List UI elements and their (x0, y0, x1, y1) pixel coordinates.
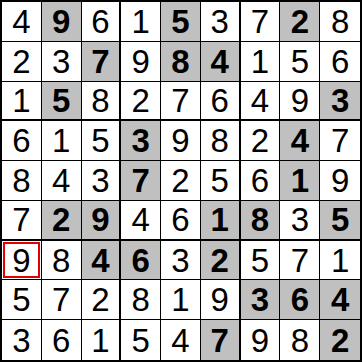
cell-r3c6[interactable]: 6 (201, 82, 241, 122)
cell-r3c3[interactable]: 8 (82, 82, 122, 122)
cell-r1c9[interactable]: 8 (320, 2, 360, 42)
cell-r2c5[interactable]: 8 (161, 42, 201, 82)
cell-r1c2[interactable]: 9 (42, 2, 82, 42)
cell-r5c5[interactable]: 2 (161, 161, 201, 201)
cell-r9c3[interactable]: 1 (82, 320, 122, 360)
cell-r3c7[interactable]: 4 (241, 82, 281, 122)
cell-r8c7[interactable]: 3 (241, 280, 281, 320)
cell-r4c3[interactable]: 5 (82, 121, 122, 161)
cell-r7c7[interactable]: 5 (241, 241, 281, 281)
cell-r5c8[interactable]: 1 (280, 161, 320, 201)
cell-r2c2[interactable]: 3 (42, 42, 82, 82)
cell-r2c9[interactable]: 6 (320, 42, 360, 82)
cell-r4c8[interactable]: 4 (280, 121, 320, 161)
cell-r9c9[interactable]: 2 (320, 320, 360, 360)
cell-r7c1[interactable]: 9 (2, 241, 42, 281)
cell-r4c2[interactable]: 1 (42, 121, 82, 161)
cell-r9c2[interactable]: 6 (42, 320, 82, 360)
cell-r1c1[interactable]: 4 (2, 2, 42, 42)
cell-r4c9[interactable]: 7 (320, 121, 360, 161)
cell-r5c1[interactable]: 8 (2, 161, 42, 201)
cell-r6c6[interactable]: 1 (201, 201, 241, 241)
cell-r4c1[interactable]: 6 (2, 121, 42, 161)
cell-r7c8[interactable]: 7 (280, 241, 320, 281)
cell-r7c3[interactable]: 4 (82, 241, 122, 281)
cell-r8c6[interactable]: 9 (201, 280, 241, 320)
cell-r6c1[interactable]: 7 (2, 201, 42, 241)
cell-r6c9[interactable]: 5 (320, 201, 360, 241)
cell-r2c1[interactable]: 2 (2, 42, 42, 82)
cell-r4c7[interactable]: 2 (241, 121, 281, 161)
cell-r8c3[interactable]: 2 (82, 280, 122, 320)
cell-r9c7[interactable]: 9 (241, 320, 281, 360)
cell-r7c6[interactable]: 2 (201, 241, 241, 281)
cell-r2c8[interactable]: 5 (280, 42, 320, 82)
cell-r8c5[interactable]: 1 (161, 280, 201, 320)
cell-r8c8[interactable]: 6 (280, 280, 320, 320)
sudoku-board: 4961537282379841561582764936153982478437… (0, 0, 362, 362)
cell-r8c1[interactable]: 5 (2, 280, 42, 320)
cell-r7c9[interactable]: 1 (320, 241, 360, 281)
cell-r7c5[interactable]: 3 (161, 241, 201, 281)
cell-r2c6[interactable]: 4 (201, 42, 241, 82)
cell-r9c4[interactable]: 5 (121, 320, 161, 360)
cell-r2c7[interactable]: 1 (241, 42, 281, 82)
cell-r6c3[interactable]: 9 (82, 201, 122, 241)
cell-r1c6[interactable]: 3 (201, 2, 241, 42)
cell-r3c4[interactable]: 2 (121, 82, 161, 122)
cell-r7c4[interactable]: 6 (121, 241, 161, 281)
cell-r3c1[interactable]: 1 (2, 82, 42, 122)
cell-r5c3[interactable]: 3 (82, 161, 122, 201)
cell-r3c9[interactable]: 3 (320, 82, 360, 122)
cell-r6c4[interactable]: 4 (121, 201, 161, 241)
cell-r8c9[interactable]: 4 (320, 280, 360, 320)
cell-r9c8[interactable]: 8 (280, 320, 320, 360)
cell-r5c4[interactable]: 7 (121, 161, 161, 201)
cell-r7c2[interactable]: 8 (42, 241, 82, 281)
cell-r8c2[interactable]: 7 (42, 280, 82, 320)
cell-r3c8[interactable]: 9 (280, 82, 320, 122)
cell-r1c3[interactable]: 6 (82, 2, 122, 42)
cell-r9c1[interactable]: 3 (2, 320, 42, 360)
cell-r3c5[interactable]: 7 (161, 82, 201, 122)
cell-r4c5[interactable]: 9 (161, 121, 201, 161)
cell-r9c6[interactable]: 7 (201, 320, 241, 360)
cell-r5c7[interactable]: 6 (241, 161, 281, 201)
cell-r1c8[interactable]: 2 (280, 2, 320, 42)
cell-r4c6[interactable]: 8 (201, 121, 241, 161)
cell-r2c3[interactable]: 7 (82, 42, 122, 82)
cell-r2c4[interactable]: 9 (121, 42, 161, 82)
cell-r1c4[interactable]: 1 (121, 2, 161, 42)
cell-r1c7[interactable]: 7 (241, 2, 281, 42)
cell-r6c8[interactable]: 3 (280, 201, 320, 241)
cell-r5c6[interactable]: 5 (201, 161, 241, 201)
cell-r4c4[interactable]: 3 (121, 121, 161, 161)
cell-r6c2[interactable]: 2 (42, 201, 82, 241)
cell-r6c7[interactable]: 8 (241, 201, 281, 241)
cell-r6c5[interactable]: 6 (161, 201, 201, 241)
cell-r1c5[interactable]: 5 (161, 2, 201, 42)
cell-r3c2[interactable]: 5 (42, 82, 82, 122)
cell-r5c2[interactable]: 4 (42, 161, 82, 201)
cell-r9c5[interactable]: 4 (161, 320, 201, 360)
cell-r8c4[interactable]: 8 (121, 280, 161, 320)
cell-r5c9[interactable]: 9 (320, 161, 360, 201)
